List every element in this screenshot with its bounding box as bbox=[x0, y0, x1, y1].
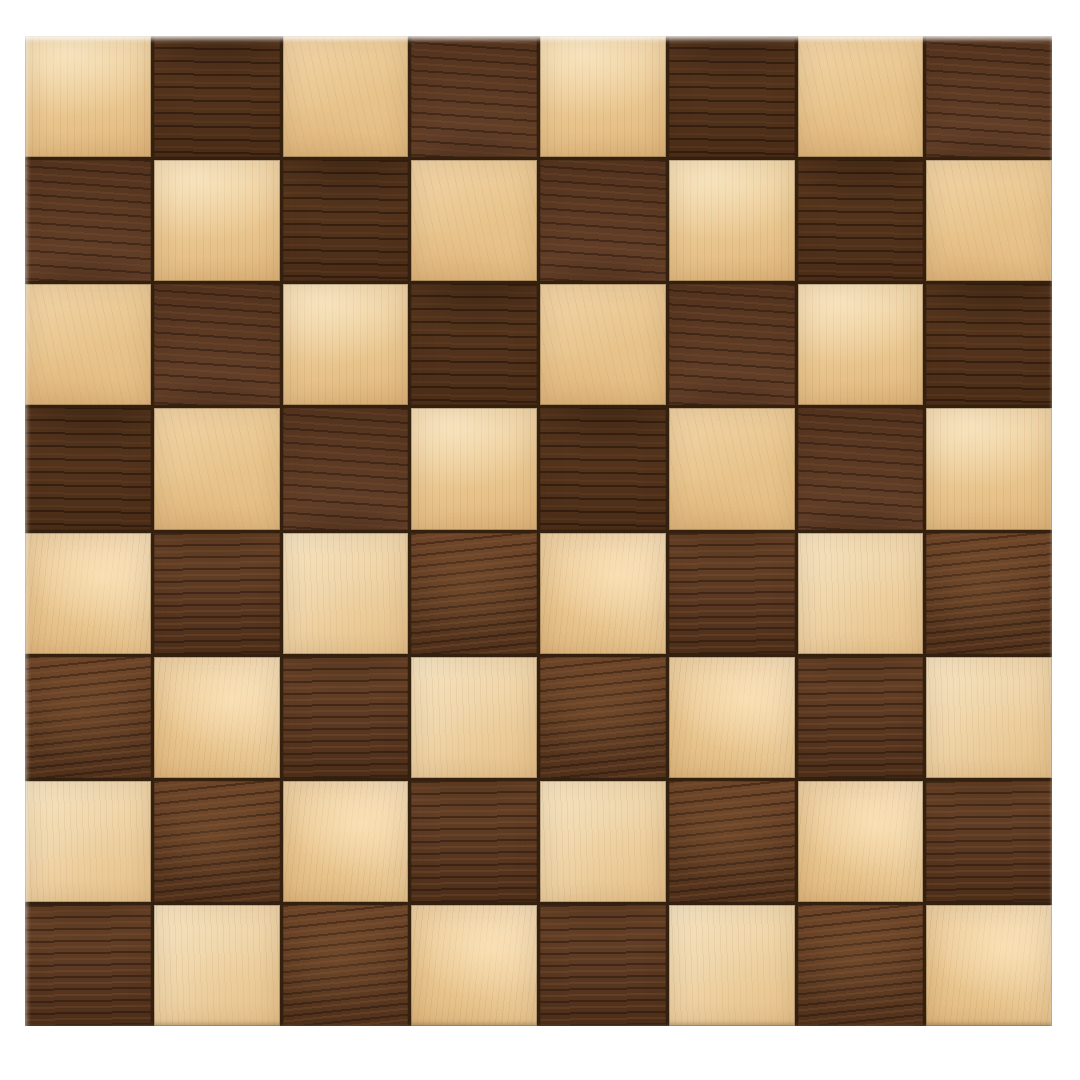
square-a5[interactable] bbox=[25, 408, 151, 529]
square-c6[interactable] bbox=[283, 284, 409, 405]
square-g3[interactable] bbox=[798, 657, 924, 778]
square-c2[interactable] bbox=[283, 781, 409, 902]
square-f3[interactable] bbox=[669, 657, 795, 778]
square-h7[interactable] bbox=[926, 160, 1052, 281]
square-g6[interactable] bbox=[798, 284, 924, 405]
square-a6[interactable] bbox=[25, 284, 151, 405]
square-h2[interactable] bbox=[926, 781, 1052, 902]
square-d8[interactable] bbox=[411, 36, 537, 157]
square-e8[interactable] bbox=[540, 36, 666, 157]
square-g5[interactable] bbox=[798, 408, 924, 529]
square-h3[interactable] bbox=[926, 657, 1052, 778]
square-e4[interactable] bbox=[540, 533, 666, 654]
square-b8[interactable] bbox=[154, 36, 280, 157]
square-g8[interactable] bbox=[798, 36, 924, 157]
square-d5[interactable] bbox=[411, 408, 537, 529]
square-e1[interactable] bbox=[540, 905, 666, 1026]
square-a3[interactable] bbox=[25, 657, 151, 778]
square-a1[interactable] bbox=[25, 905, 151, 1026]
square-f1[interactable] bbox=[669, 905, 795, 1026]
square-h4[interactable] bbox=[926, 533, 1052, 654]
photo-background bbox=[0, 0, 1080, 1080]
square-d4[interactable] bbox=[411, 533, 537, 654]
square-g4[interactable] bbox=[798, 533, 924, 654]
square-f4[interactable] bbox=[669, 533, 795, 654]
square-c8[interactable] bbox=[283, 36, 409, 157]
square-g1[interactable] bbox=[798, 905, 924, 1026]
square-c7[interactable] bbox=[283, 160, 409, 281]
square-d2[interactable] bbox=[411, 781, 537, 902]
square-e3[interactable] bbox=[540, 657, 666, 778]
square-e7[interactable] bbox=[540, 160, 666, 281]
square-c1[interactable] bbox=[283, 905, 409, 1026]
square-c5[interactable] bbox=[283, 408, 409, 529]
square-c3[interactable] bbox=[283, 657, 409, 778]
square-f6[interactable] bbox=[669, 284, 795, 405]
square-g7[interactable] bbox=[798, 160, 924, 281]
square-d6[interactable] bbox=[411, 284, 537, 405]
square-a2[interactable] bbox=[25, 781, 151, 902]
square-e6[interactable] bbox=[540, 284, 666, 405]
square-h5[interactable] bbox=[926, 408, 1052, 529]
square-e5[interactable] bbox=[540, 408, 666, 529]
square-b2[interactable] bbox=[154, 781, 280, 902]
square-e2[interactable] bbox=[540, 781, 666, 902]
square-c4[interactable] bbox=[283, 533, 409, 654]
square-h6[interactable] bbox=[926, 284, 1052, 405]
chess-board bbox=[25, 36, 1052, 1026]
square-b7[interactable] bbox=[154, 160, 280, 281]
square-h1[interactable] bbox=[926, 905, 1052, 1026]
square-b1[interactable] bbox=[154, 905, 280, 1026]
square-d3[interactable] bbox=[411, 657, 537, 778]
square-b6[interactable] bbox=[154, 284, 280, 405]
square-d7[interactable] bbox=[411, 160, 537, 281]
square-f2[interactable] bbox=[669, 781, 795, 902]
square-f8[interactable] bbox=[669, 36, 795, 157]
square-b3[interactable] bbox=[154, 657, 280, 778]
square-a8[interactable] bbox=[25, 36, 151, 157]
square-d1[interactable] bbox=[411, 905, 537, 1026]
square-f7[interactable] bbox=[669, 160, 795, 281]
square-g2[interactable] bbox=[798, 781, 924, 902]
square-f5[interactable] bbox=[669, 408, 795, 529]
square-b5[interactable] bbox=[154, 408, 280, 529]
square-a4[interactable] bbox=[25, 533, 151, 654]
square-b4[interactable] bbox=[154, 533, 280, 654]
square-a7[interactable] bbox=[25, 160, 151, 281]
square-h8[interactable] bbox=[926, 36, 1052, 157]
